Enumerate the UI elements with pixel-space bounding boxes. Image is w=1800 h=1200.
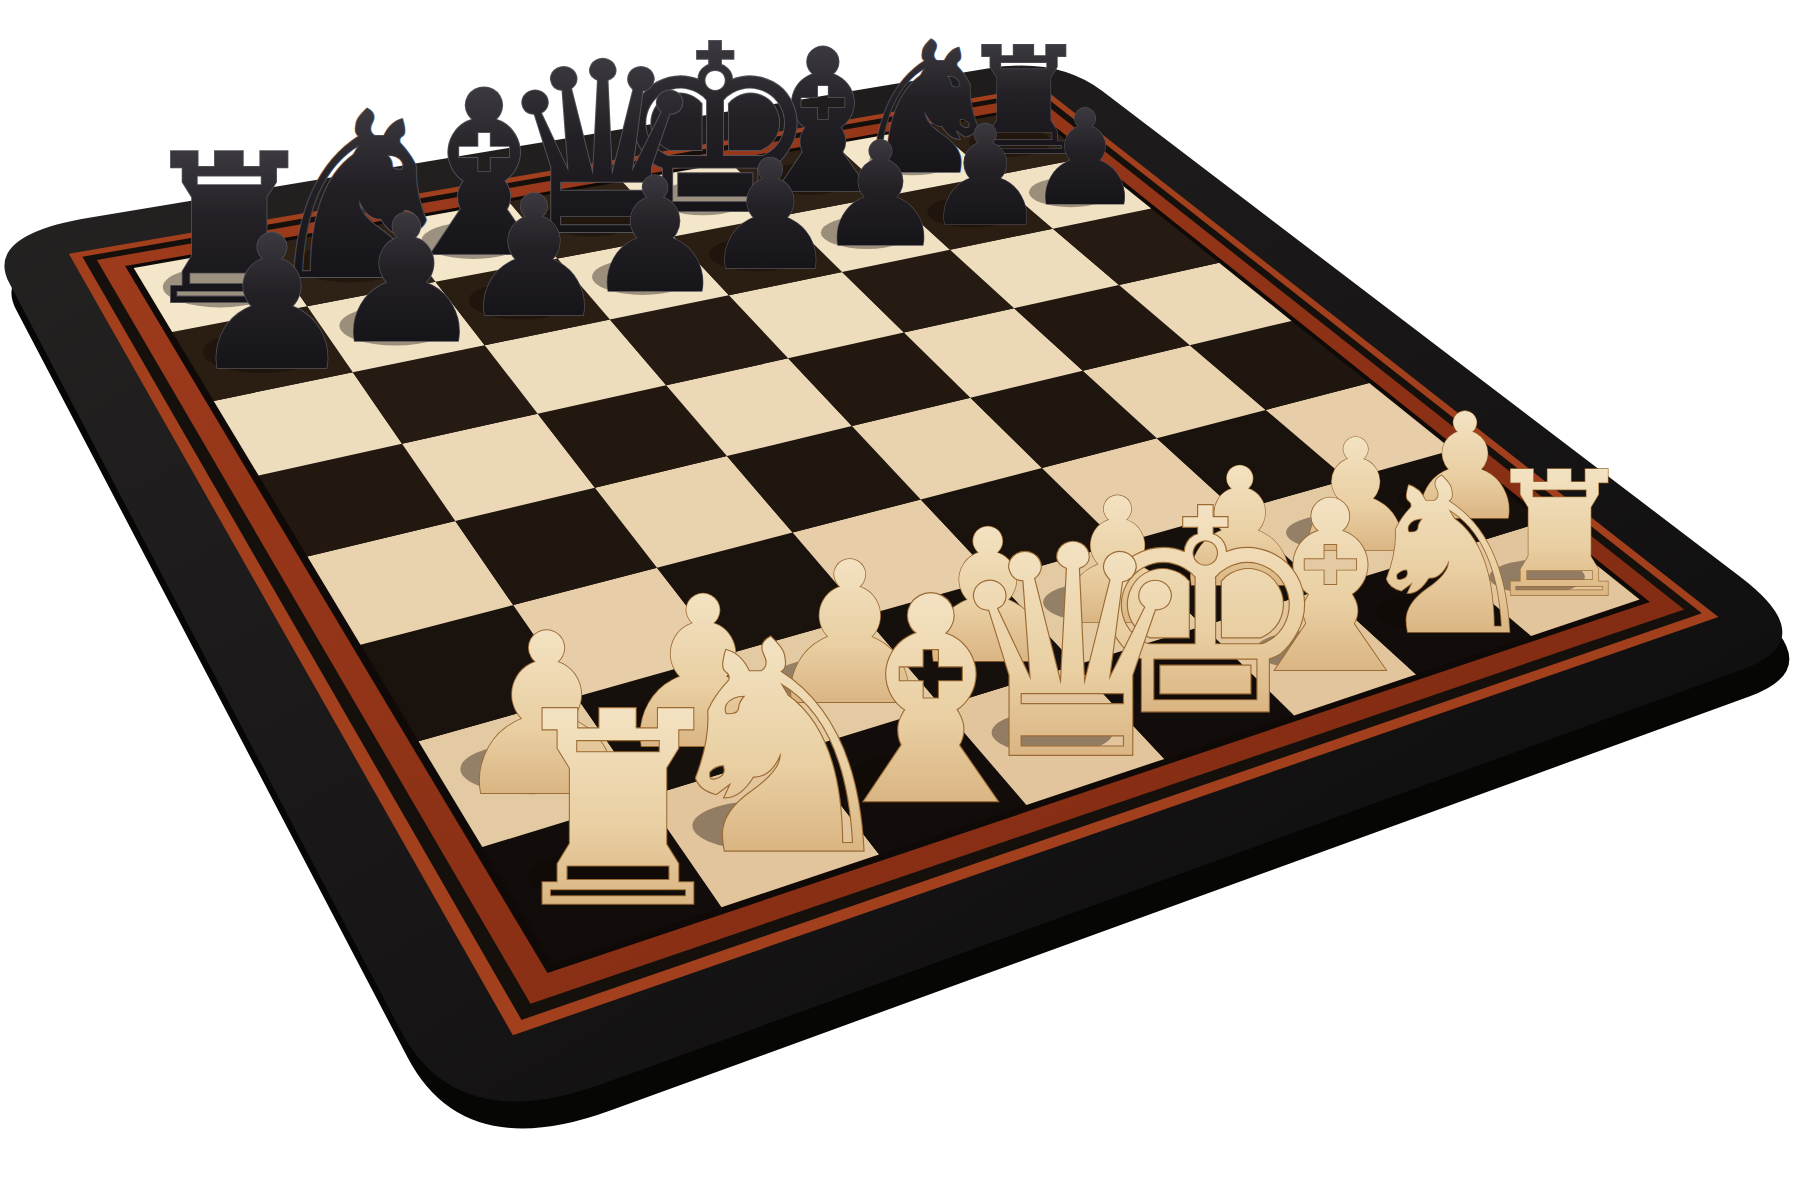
chessboard-photo: ♜♞♝♟♚♟♛♟♝♟♞♟♜♟♟♟♟♟♟♜♟♞♟♝♟♚♟♛♟♝♞♜ Ebonise… (0, 0, 1800, 1200)
piece-black-pawn-a7: ♟ (189, 196, 356, 412)
piece-white-rook-a1: ♜ (498, 655, 738, 966)
board-scene: ♜♞♝♟♚♟♛♟♝♟♞♟♜♟♟♟♟♟♟♜♟♞♟♝♟♚♟♛♟♝♞♜ (0, 0, 1800, 1200)
